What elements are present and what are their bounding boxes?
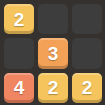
- tile-2[interactable]: 2: [38, 73, 68, 103]
- tile-2[interactable]: 2: [4, 4, 34, 34]
- tile-value: 3: [48, 44, 59, 63]
- game-screen: 23422: [0, 0, 105, 105]
- tile-value: 2: [82, 78, 93, 97]
- empty-cell: [38, 4, 68, 34]
- tile-value: 2: [14, 10, 25, 29]
- tile-2[interactable]: 2: [72, 73, 102, 103]
- tile-3[interactable]: 3: [38, 38, 68, 68]
- tile-4[interactable]: 4: [4, 73, 34, 103]
- tile-value: 4: [14, 78, 25, 97]
- game-board[interactable]: 23422: [4, 4, 102, 103]
- empty-cell: [72, 4, 102, 34]
- empty-cell: [4, 38, 34, 68]
- tile-value: 2: [48, 78, 59, 97]
- empty-cell: [72, 38, 102, 68]
